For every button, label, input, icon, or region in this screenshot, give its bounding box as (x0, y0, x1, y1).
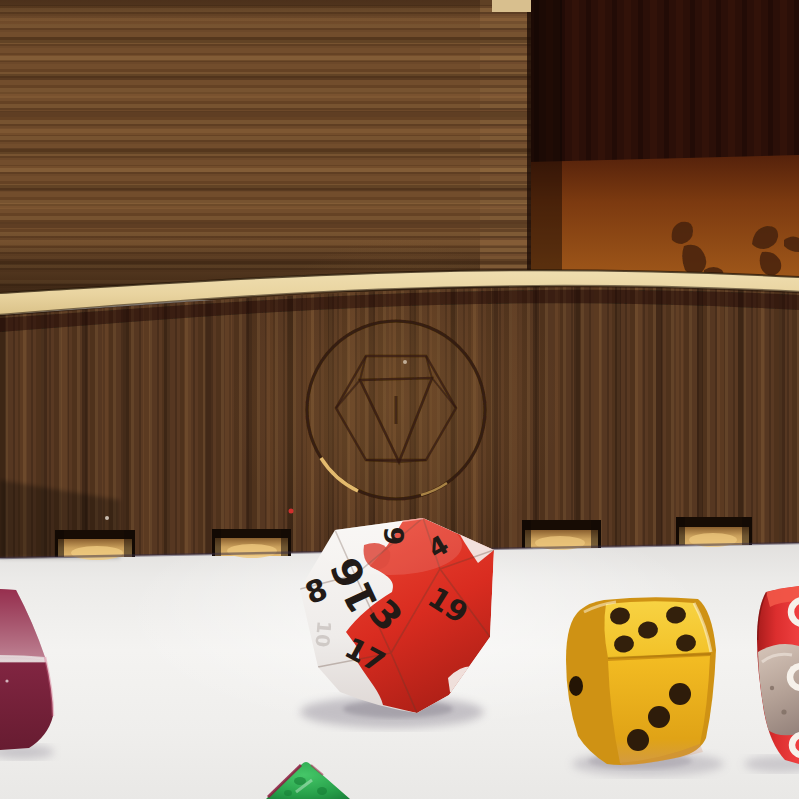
d20-number: 9 (378, 527, 409, 546)
die-green (266, 762, 350, 799)
die-red (757, 586, 799, 764)
pip (569, 676, 583, 696)
d20-number: 10 (311, 620, 335, 648)
dice-group: 9 16 8 4 3 19 17 10 (0, 0, 799, 799)
die-d20: 9 16 8 4 3 19 17 10 (300, 515, 494, 713)
die-yellow (566, 597, 716, 766)
die-maroon-top-face (0, 589, 45, 657)
die-maroon (0, 589, 53, 750)
die-red-marble-patch (758, 644, 799, 735)
dice-tower-photo: 9 16 8 4 3 19 17 10 (0, 0, 799, 799)
